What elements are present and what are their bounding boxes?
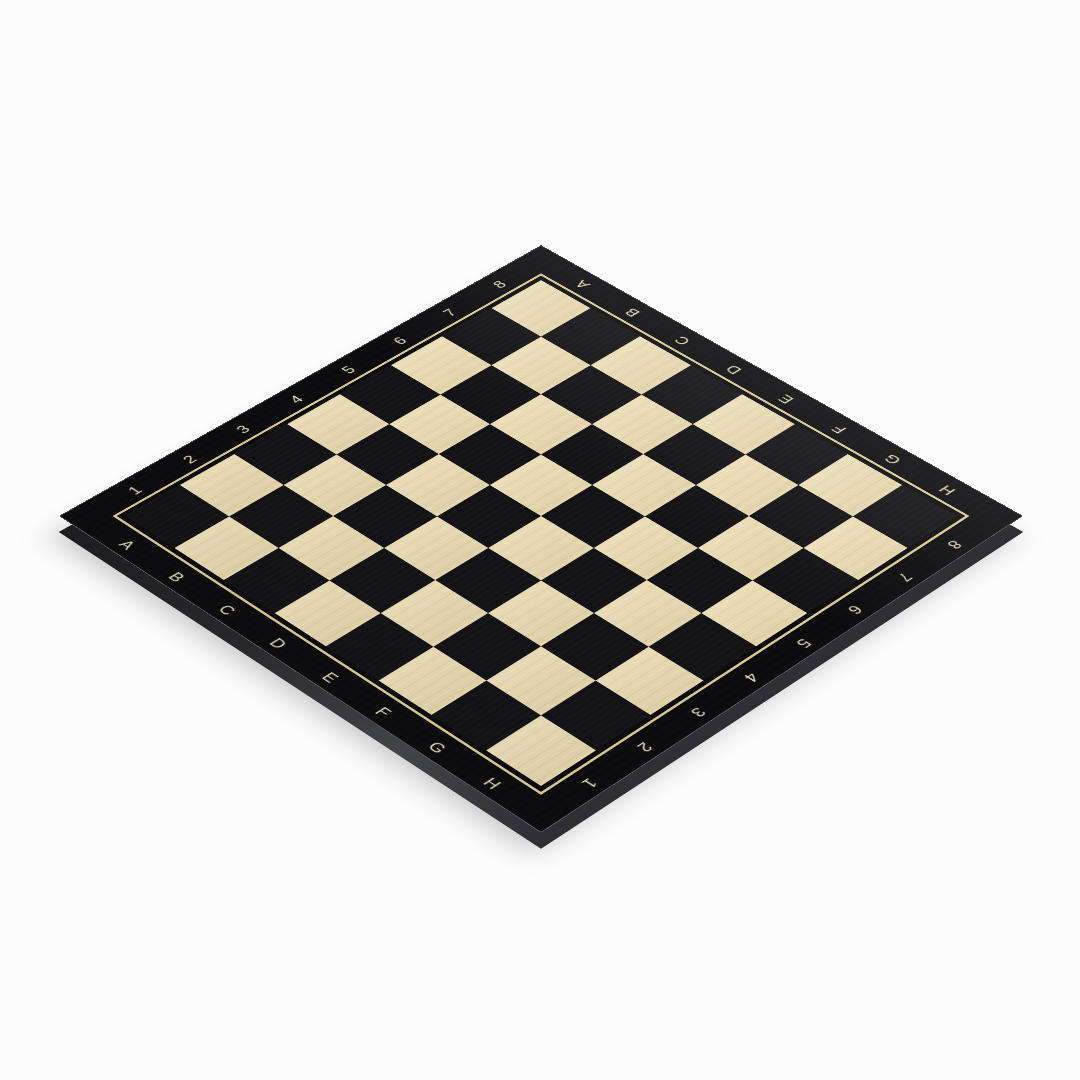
rank-label-right-7: 7 [893, 570, 915, 583]
chess-board: AABBCCDDEEFFGGHH1122334455667788 [58, 245, 1022, 833]
file-label-top-h: H [936, 483, 959, 497]
file-label-bottom-g: G [425, 739, 450, 755]
rank-label-right-3: 3 [686, 705, 708, 719]
file-label-bottom-e: E [319, 670, 343, 685]
file-label-bottom-a: A [116, 537, 139, 551]
rank-label-left-3: 3 [232, 423, 252, 435]
rank-label-right-6: 6 [843, 603, 865, 616]
playing-area [125, 280, 957, 786]
product-photo-stage: AABBCCDDEEFFGGHH1122334455667788 [0, 0, 1080, 1080]
file-label-bottom-f: F [372, 704, 395, 719]
rank-label-left-8: 8 [489, 278, 509, 289]
file-label-bottom-b: B [165, 570, 188, 584]
rank-label-right-2: 2 [632, 740, 654, 754]
file-label-bottom-c: C [215, 602, 239, 617]
file-label-bottom-h: H [480, 775, 505, 791]
file-label-top-a: A [572, 278, 593, 290]
rank-label-left-7: 7 [439, 306, 459, 317]
file-label-bottom-d: D [266, 635, 290, 650]
file-label-top-d: D [723, 363, 745, 376]
rank-label-right-8: 8 [943, 538, 964, 551]
rank-label-right-4: 4 [739, 670, 761, 684]
file-label-top-f: F [828, 422, 849, 435]
rank-label-right-5: 5 [792, 636, 814, 650]
file-label-top-c: C [672, 334, 694, 347]
rank-label-right-1: 1 [577, 776, 599, 791]
file-label-top-e: E [775, 392, 797, 405]
rank-label-left-4: 4 [285, 393, 305, 405]
file-label-top-b: B [622, 306, 643, 318]
rank-label-left-2: 2 [178, 453, 198, 465]
rank-label-left-5: 5 [337, 364, 357, 376]
file-label-top-g: G [881, 452, 904, 466]
rank-label-left-1: 1 [123, 484, 143, 496]
rank-label-left-6: 6 [388, 335, 408, 347]
